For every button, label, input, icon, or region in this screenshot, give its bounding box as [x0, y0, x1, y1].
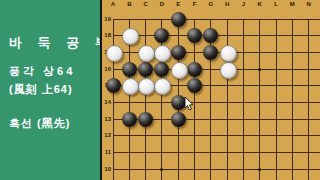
mouse-cursor: [184, 97, 194, 111]
col-label-H: H: [222, 1, 232, 8]
row-label-11: 11: [102, 149, 111, 156]
stone-white-D15[interactable]: [154, 78, 171, 95]
grid-hline-19: [113, 19, 320, 20]
stone-black-E19[interactable]: [171, 12, 186, 27]
to-play-label: 흑선 (黑先): [9, 116, 70, 131]
go-board[interactable]: ABCDEFGHJKLMN19181716151413121110: [102, 0, 320, 180]
problem-source: 풍각 상64: [9, 64, 75, 79]
col-label-B: B: [124, 1, 134, 8]
app-title: 바 둑 공 부: [9, 34, 114, 52]
row-label-12: 12: [102, 132, 111, 139]
grid-vline-N: [308, 19, 309, 180]
col-label-M: M: [287, 1, 297, 8]
stone-black-E17[interactable]: [171, 45, 186, 60]
star-point-D10: [160, 168, 163, 171]
grid-vline-K: [259, 19, 260, 180]
col-label-G: G: [206, 1, 216, 8]
grid-hline-14: [113, 102, 320, 103]
row-label-13: 13: [102, 116, 111, 123]
grid-vline-F: [194, 19, 195, 180]
stone-white-H16[interactable]: [220, 62, 237, 79]
grid-vline-G: [210, 19, 211, 180]
grid-vline-C: [145, 19, 146, 180]
stone-white-C15[interactable]: [138, 78, 155, 95]
star-point-K16: [258, 68, 261, 71]
stone-white-A17[interactable]: [106, 45, 123, 62]
stone-white-B18[interactable]: [122, 28, 139, 45]
col-label-F: F: [190, 1, 200, 8]
stone-black-A15[interactable]: [106, 78, 121, 93]
stone-black-G17[interactable]: [203, 45, 218, 60]
stone-black-D18[interactable]: [154, 28, 169, 43]
stone-black-B13[interactable]: [122, 112, 137, 127]
info-panel: 바 둑 공 부 풍각 상64 (風刻 上64) 흑선 (黑先): [0, 0, 100, 180]
row-label-18: 18: [102, 32, 111, 39]
col-label-C: C: [141, 1, 151, 8]
stone-black-D16[interactable]: [154, 62, 169, 77]
col-label-A: A: [108, 1, 118, 8]
grid-hline-11: [113, 152, 320, 153]
stone-black-C16[interactable]: [138, 62, 153, 77]
stone-white-H17[interactable]: [220, 45, 237, 62]
grid-vline-J: [243, 19, 244, 180]
col-label-D: D: [157, 1, 167, 8]
grid-vline-H: [227, 19, 228, 180]
grid-vline-D: [161, 19, 162, 180]
stone-black-C13[interactable]: [138, 112, 153, 127]
grid-vline-M: [292, 19, 293, 180]
stone-white-C17[interactable]: [138, 45, 155, 62]
stone-black-G18[interactable]: [203, 28, 218, 43]
stone-black-F15[interactable]: [187, 78, 202, 93]
col-label-L: L: [271, 1, 281, 8]
stone-white-B15[interactable]: [122, 78, 139, 95]
stone-black-B16[interactable]: [122, 62, 137, 77]
stone-white-E16[interactable]: [171, 62, 188, 79]
grid-hline-10: [113, 169, 320, 170]
row-label-14: 14: [102, 99, 111, 106]
col-label-K: K: [255, 1, 265, 8]
app-window: 바 둑 공 부 풍각 상64 (風刻 上64) 흑선 (黑先) ABCDEFGH…: [0, 0, 320, 180]
col-label-E: E: [173, 1, 183, 8]
stone-white-D17[interactable]: [154, 45, 171, 62]
row-label-10: 10: [102, 166, 111, 173]
row-label-16: 16: [102, 66, 111, 73]
grid-vline-L: [276, 19, 277, 180]
stone-black-F18[interactable]: [187, 28, 202, 43]
grid-vline-A: [113, 19, 114, 180]
col-label-N: N: [304, 1, 314, 8]
problem-source-hanja: (風刻 上64): [9, 82, 73, 97]
stone-black-E13[interactable]: [171, 112, 186, 127]
row-label-19: 19: [102, 16, 111, 23]
col-label-J: J: [238, 1, 248, 8]
star-point-K10: [258, 168, 261, 171]
stone-black-F16[interactable]: [187, 62, 202, 77]
grid-hline-12: [113, 135, 320, 136]
